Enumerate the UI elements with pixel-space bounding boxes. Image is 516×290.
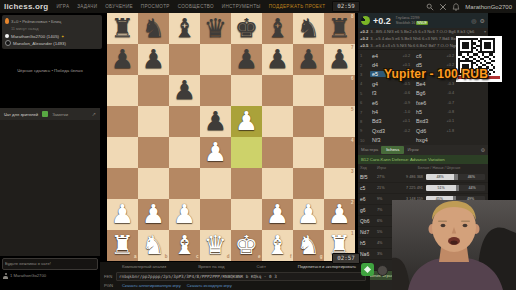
square-e8[interactable]: ♚ [231,13,262,44]
square-b3[interactable] [138,168,169,199]
square-h6[interactable]: 6 [324,75,355,106]
fen-row: FEN rnbqkbnr/pp2pppp/2p5/3pP3/3P4/8/PPP2… [104,272,366,281]
nav-item-5[interactable]: СООБЩЕСТВО [178,4,214,9]
tab-notes[interactable]: Заметки [52,112,68,117]
engine-target-icon[interactable]: ◎ [471,17,476,24]
explorer-tab-игрок[interactable]: Игрок [407,147,418,152]
coord-rank-2: 2 [351,201,354,206]
stream-logo-icon [361,263,374,276]
square-e3[interactable] [231,168,262,199]
move-row-7: 7h4-1.0h5-0.8 [358,107,488,116]
black-bishop-c8[interactable]: ♝ [169,13,200,44]
explorer-result-bar: 51%44% [426,185,485,192]
square-d7[interactable] [200,44,231,75]
white-player-name: MarathonGo2700 (1405) [11,34,59,39]
square-a5[interactable] [107,106,138,137]
square-f1[interactable]: ♝f [262,230,293,261]
explorer-col-move: Ход [360,166,377,170]
white-move[interactable]: Bd3 [370,118,397,124]
square-a3[interactable] [107,168,138,199]
username[interactable]: MarathonGo2700 [465,4,512,10]
white-move-eval: -0.5 [397,82,414,86]
black-queen-d8[interactable]: ♛ [200,13,231,44]
underboard-panel: Компьютерный анализВремя на ходСчётПодел… [100,262,370,290]
spectators-list[interactable]: 1 MarathonGo2700 [10,273,46,278]
move-number: 5 [360,91,370,96]
black-pawn-g7[interactable]: ♟ [293,44,324,75]
coord-rank-4: 4 [351,139,354,144]
square-c4[interactable] [169,137,200,168]
black-player-name: Manolon_Alexander (1493) [13,41,66,46]
search-icon[interactable] [426,3,434,11]
engine-eval: +0.2 [373,16,391,26]
explorer-move[interactable]: Nd7 [360,229,377,235]
engine-line-moves: 3...e6 4.c3 c5 5.Nf3 Nc6 6.Be2 Bd7 7.O-O… [370,43,469,48]
pgn-download-link-1[interactable]: Скачать аннотированную игру [122,283,181,288]
square-a1[interactable]: ♜a [107,230,138,261]
square-f4[interactable] [262,137,293,168]
collapse-lines-icon[interactable]: ▾ [484,28,486,35]
white-wins-segment: 48% [426,174,454,181]
black-king-e8[interactable]: ♚ [231,13,262,44]
streamer-portrait [392,200,516,290]
underboard-tab-4[interactable]: Поделиться и экспортировать [298,264,356,269]
move-number: 4 [360,81,370,86]
square-f2[interactable]: ♟ [262,199,293,230]
explorer-row-Bf5[interactable]: Bf527%9 486 36848%46% [358,172,488,183]
coord-rank-6: 6 [351,77,354,82]
nnue-badge: NNUE [416,21,428,25]
white-player-row[interactable]: MarathonGo2700 (1405) ✦ [5,34,99,39]
move-number: 7 [360,110,370,115]
black-move-eval: -0.4 [441,91,458,95]
explorer-frequency: 6% [377,219,390,223]
explorer-result-bar: 48%46% [426,174,485,181]
voice-chat-icon[interactable] [42,111,48,117]
square-c7[interactable] [169,44,200,75]
white-pawn-b2[interactable]: ♟ [138,199,169,230]
white-move[interactable]: Nf3 [370,137,397,143]
explorer-move[interactable]: c5 [360,185,377,191]
white-pawn-e5[interactable]: ♟ [231,106,262,137]
stream-frame: lichess.org ИГРАЗАДАЧИОБУЧЕНИЕПРОСМОТРСО… [0,0,516,290]
black-move[interactable]: hxg4 [414,137,441,143]
black-pawn-d5[interactable]: ♟ [200,106,231,137]
white-move-eval: -1.0 [397,110,414,114]
nav-links: ИГРАЗАДАЧИОБУЧЕНИЕПРОСМОТРСООБЩЕСТВОИНСТ… [56,4,260,9]
square-d4[interactable]: ♟ [200,137,231,168]
engine-name: Stockfish 16 [396,21,416,25]
explorer-frequency: 21% [377,186,390,190]
coord-file-a: a [134,255,137,260]
chess-board[interactable]: ♜♞♝♛♚♝♞♜8♟♟♟♟♟♟7♟6♟♟5♟43♟♟♟♟♟♟2♜a♞b♝c♛d♚… [107,13,355,261]
black-move[interactable]: c6 [414,53,441,59]
notifications-bell-icon[interactable] [452,3,460,11]
square-c8[interactable]: ♝ [169,13,200,44]
black-wins-segment: 46% [458,174,485,181]
underboard-tab-3[interactable]: Счёт [256,264,265,269]
square-g5[interactable] [293,106,324,137]
white-wins-segment: 51% [426,185,456,192]
chat-tabs: Чат для зрителей Заметки ↗ [0,108,100,120]
nav-item-1[interactable]: ИГРА [56,4,69,9]
black-pawn-a7[interactable]: ♟ [107,44,138,75]
square-g8[interactable]: ♞ [293,13,324,44]
white-move[interactable]: e4 [370,53,397,59]
white-move[interactable]: f3 [370,90,397,96]
black-pawn-c6[interactable]: ♟ [169,75,200,106]
move-row-5: 5f3-0.6Bg6-0.4 [358,89,488,98]
fen-label: FEN [104,274,116,279]
pgn-row: PGN Скачать аннотированную игруСкачать и… [104,283,366,288]
opening-name: B12 Caro-Kann Defense: Advance Variation [358,155,488,164]
square-e7[interactable]: ♟ [231,44,262,75]
black-move[interactable]: fxe6 [414,100,441,106]
blitz-icon [5,18,9,24]
square-g6[interactable] [293,75,324,106]
coord-file-g: g [320,255,323,260]
explorer-tab-мастера[interactable]: Мастера [361,147,378,152]
pgn-links: Скачать аннотированную игруСкачать исход… [122,283,232,288]
move-row-10: 10Nf3hxg4 [358,136,488,145]
game-result: Чёрные сдались • Победа белых [0,68,100,73]
webcam-overlay [392,200,516,290]
square-h5[interactable]: 5 [324,106,355,137]
coord-rank-8: 8 [351,15,354,20]
white-color-icon [5,34,9,38]
square-a7[interactable]: ♟ [107,44,138,75]
explorer-move[interactable]: g6 [360,207,377,213]
square-e2[interactable] [231,199,262,230]
black-wins-segment: 44% [459,185,485,192]
spectators-row: 1 MarathonGo2700 [3,273,97,279]
streamer-badge-icon: ✦ [61,34,64,39]
square-c6[interactable]: ♟ [169,75,200,106]
tab-spectator-chat[interactable]: Чат для зрителей [4,112,38,117]
square-a2[interactable]: ♟ [107,199,138,230]
black-move-eval: -0.8 [441,110,458,114]
square-e1[interactable]: ♚e [231,230,262,261]
move-number: 9 [360,128,370,133]
coord-file-d: d [227,255,230,260]
explorer-games-count: 7 225 491 [390,186,426,190]
square-g4[interactable] [293,137,324,168]
white-pawn-d4[interactable]: ♟ [200,137,231,168]
game-meta-text: 3+0 • Рейтинговая • Блиц [11,19,61,24]
square-a4[interactable] [107,137,138,168]
explorer-tab-lichess[interactable]: lichess [381,146,404,154]
black-pawn-e7[interactable]: ♟ [231,44,262,75]
underboard-tab-2[interactable]: Время на ход [198,264,224,269]
square-b4[interactable] [138,137,169,168]
black-move[interactable]: h5 [414,109,441,115]
square-g3[interactable] [293,168,324,199]
clock-black: 02:59 [332,1,360,12]
explorer-move[interactable]: Qb6 [360,218,377,224]
explorer-settings-gear-icon[interactable]: ⚙ [481,147,485,153]
move-number: 3 [360,72,370,77]
square-e5[interactable]: ♟ [231,106,262,137]
square-b6[interactable] [138,75,169,106]
explorer-frequency: 27% [377,175,390,179]
explorer-row-c5[interactable]: c521%7 225 49151%44% [358,183,488,194]
expand-chat-icon[interactable]: ↗ [92,111,96,117]
nav-item-4[interactable]: ПРОСМОТР [141,4,170,9]
coord-file-b: b [165,255,168,260]
white-move-eval: +0.1 [397,119,414,123]
chat-messages-area [0,120,100,256]
white-move[interactable]: Qxd3 [370,128,397,134]
square-g7[interactable]: ♟ [293,44,324,75]
black-move-eval: -0.7 [441,101,458,105]
move-number: 2 [360,63,370,68]
square-e6[interactable] [231,75,262,106]
explorer-move[interactable]: e6 [360,196,377,202]
underboard-tab-1[interactable]: Компьютерный анализ [122,264,166,269]
chat-input[interactable]: Будьте вежливы в чате! [2,258,98,270]
square-h8[interactable]: ♜8 [324,13,355,44]
challenges-swords-icon[interactable] [439,3,447,11]
move-row-8: 8Bd3+0.1Bxd3+0.1 [358,117,488,126]
spectators-icon [3,273,8,279]
square-b7[interactable]: ♟ [138,44,169,75]
square-c5[interactable] [169,106,200,137]
black-pawn-b7[interactable]: ♟ [138,44,169,75]
white-move-eval: -0.6 [397,91,414,95]
square-a8[interactable]: ♜ [107,13,138,44]
black-move-eval: +0.1 [441,119,458,123]
white-move[interactable]: g4 [370,81,397,87]
explorer-move[interactable]: h5 [360,240,377,246]
square-g2[interactable]: ♟ [293,199,324,230]
explorer-header: Ход Игры Белые / Ничьи / Чёрные [358,164,488,172]
move-number: 10 [360,138,370,143]
coord-file-f: f [290,255,292,260]
square-h2[interactable]: ♟2 [324,199,355,230]
coord-file-c: c [196,255,199,260]
white-move-eval: -0.2 [397,129,414,133]
explorer-games-count: 9 486 368 [390,175,426,179]
black-move-eval: -0.3 [441,82,458,86]
pgn-download-link-2[interactable]: Скачать исходную игру [187,283,232,288]
black-move[interactable]: Bg6 [414,90,441,96]
black-pawn-f7[interactable]: ♟ [262,44,293,75]
square-b2[interactable]: ♟ [138,199,169,230]
nav-item-6[interactable]: ИНСТРУМЕНТЫ [222,4,261,9]
black-rook-a8[interactable]: ♜ [107,13,138,44]
square-f3[interactable] [262,168,293,199]
coord-rank-1: 1 [351,232,354,237]
square-c1[interactable]: ♝c [169,230,200,261]
explorer-col-results: Белые / Ничьи / Чёрные [390,166,488,170]
fen-input[interactable]: rnbqkbnr/pp2pppp/2p5/3pP3/3P4/8/PPP2PPP/… [116,272,366,281]
coord-file-e: e [258,255,261,260]
white-pawn-g2[interactable]: ♟ [293,199,324,230]
engine-line-eval: +0.2 [360,36,368,41]
donation-alert: Yupiter - 100 RUB [384,67,488,81]
coord-rank-5: 5 [351,108,354,113]
move-number: 1 [360,53,370,58]
square-h3[interactable]: 3 [324,168,355,199]
square-h4[interactable]: 4 [324,137,355,168]
explorer-move[interactable]: Na6 [360,251,377,257]
move-row-9: 9Qxd3-0.2Qd6+1.8 [358,126,488,135]
move-row-6: 6e6-0.9fxe6-0.7 [358,98,488,107]
black-move-eval: +1.8 [441,129,458,133]
white-move[interactable]: e6 [370,100,397,106]
black-color-icon [5,40,11,46]
square-c2[interactable]: ♟ [169,199,200,230]
square-d8[interactable]: ♛ [200,13,231,44]
square-f8[interactable]: ♝ [262,13,293,44]
square-a6[interactable] [107,75,138,106]
explorer-frequency: 7% [377,208,390,212]
explorer-frequency: 4% [377,241,390,245]
explorer-frequency: 3% [377,252,390,256]
black-player-row[interactable]: Manolon_Alexander (1493) [5,40,99,46]
nav-item-2[interactable]: ЗАДАЧИ [77,4,97,9]
white-move[interactable]: h4 [370,109,397,115]
white-pawn-f2[interactable]: ♟ [262,199,293,230]
white-bishop-f1[interactable]: ♝ [262,230,293,261]
move-number: 8 [360,119,370,124]
white-move-eval: +0.2 [397,54,414,58]
square-d3[interactable] [200,168,231,199]
nav-item-3[interactable]: ОБУЧЕНИЕ [105,4,133,9]
move-number: 6 [360,100,370,105]
square-e4[interactable] [231,137,262,168]
square-d2[interactable] [200,199,231,230]
engine-line-1[interactable]: +0.23...Bf5 4.Nf3 e6 5.Be2 c5 6.c3 Nc6 7… [358,28,488,35]
square-g1[interactable]: ♞g [293,230,324,261]
square-f7[interactable]: ♟ [262,44,293,75]
white-pawn-c2[interactable]: ♟ [169,199,200,230]
nav-donate[interactable]: ПОДДЕРЖАТЬ ПРОЕКТ [269,4,326,9]
coord-rank-3: 3 [351,170,354,175]
white-move-eval: -0.9 [397,101,414,105]
engine-settings-gear-icon[interactable]: ⚙ [480,17,485,24]
engine-line-eval: +0.5 [360,43,368,48]
engine-running-icon[interactable] [361,16,370,25]
lichess-logo[interactable]: lichess.org [4,2,48,11]
black-knight-b8[interactable]: ♞ [138,13,169,44]
pgn-label: PGN [104,283,116,288]
coord-rank-7: 7 [351,46,354,51]
black-move[interactable]: Qd6 [414,128,441,134]
black-bishop-f8[interactable]: ♝ [262,13,293,44]
square-d6[interactable] [200,75,231,106]
engine-line-moves: 3...Bf5 4.Nf3 e6 5.Be2 c5 6.c3 Nc6 7.O-O… [370,29,474,34]
square-b1[interactable]: ♞b [138,230,169,261]
game-time-ago: 11 минут назад [11,26,99,31]
black-knight-g8[interactable]: ♞ [293,13,324,44]
game-info-box: 3+0 • Рейтинговая • Блиц 11 минут назад … [2,15,102,49]
engine-header: +0.2 Глубина 22/99 Stockfish 16NNUE ◎ ⚙ [358,13,488,28]
explorer-tabs: МастераlichessИгрок⚙ [358,145,488,155]
top-nav: lichess.org ИГРАЗАДАЧИОБУЧЕНИЕПРОСМОТРСО… [0,0,516,13]
square-h7[interactable]: ♟7 [324,44,355,75]
explorer-col-games: Игры [377,166,390,170]
square-f5[interactable] [262,106,293,137]
square-c3[interactable] [169,168,200,199]
square-d5[interactable]: ♟ [200,106,231,137]
square-d1[interactable]: ♛d [200,230,231,261]
explorer-move[interactable]: Bf5 [360,174,377,180]
game-meta: 3+0 • Рейтинговая • Блиц [5,18,99,24]
explorer-frequency: 5% [377,230,390,234]
square-b5[interactable] [138,106,169,137]
black-move[interactable]: Bxd3 [414,118,441,124]
white-pawn-a2[interactable]: ♟ [107,199,138,230]
engine-line-eval: +0.2 [360,29,368,34]
clock-white: 02:57 [332,253,360,264]
square-b8[interactable]: ♞ [138,13,169,44]
explorer-frequency: 9% [377,197,390,201]
square-f6[interactable] [262,75,293,106]
black-move[interactable]: Be4 [414,81,441,87]
underboard-tabs: Компьютерный анализВремя на ходСчётПодел… [100,262,370,269]
stream-dot-icon [377,265,388,276]
